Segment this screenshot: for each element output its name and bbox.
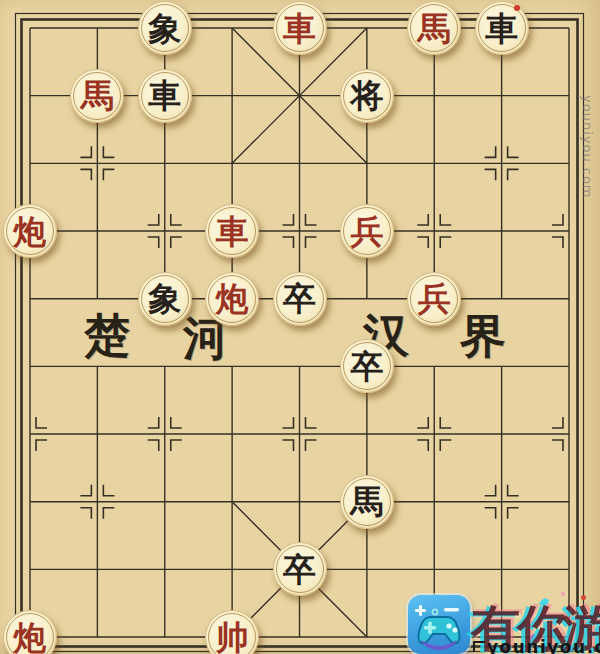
- piece-black-elephant-1[interactable]: 象: [138, 1, 192, 55]
- piece-red-horse-1[interactable]: 馬: [407, 1, 461, 55]
- piece-black-chariot-1[interactable]: 車: [475, 1, 529, 55]
- piece-red-chariot-1[interactable]: 車: [273, 1, 327, 55]
- piece-label: 馬: [81, 79, 114, 112]
- piece-label: 卒: [283, 282, 316, 315]
- gamepad-icon: [408, 595, 470, 654]
- river-label-jie: 界: [460, 306, 506, 368]
- piece-label: 卒: [350, 350, 383, 383]
- piece-label: 象: [148, 282, 181, 315]
- piece-label: 炮: [216, 282, 249, 315]
- piece-black-soldier-2[interactable]: 卒: [340, 339, 394, 393]
- piece-label: 車: [283, 12, 316, 45]
- piece-label: 将: [350, 79, 383, 112]
- piece-red-horse-2[interactable]: 馬: [70, 69, 124, 123]
- piece-red-soldier-1[interactable]: 兵: [340, 204, 394, 258]
- piece-label: 帅: [216, 621, 249, 654]
- piece-label: 車: [148, 79, 181, 112]
- youniyou-url-text: youniyou.com: [487, 637, 600, 654]
- piece-label: 馬: [350, 485, 383, 518]
- piece-label: 象: [148, 12, 181, 45]
- piece-red-cannon-1[interactable]: 炮: [3, 204, 57, 258]
- river-label-chu: 楚: [84, 305, 130, 367]
- side-watermark-text: youniyou.com: [580, 95, 595, 199]
- piece-black-chariot-2[interactable]: 車: [138, 69, 192, 123]
- piece-label: 炮: [14, 215, 47, 248]
- xiangqi-screenshot: 楚 河 汉 界 象車馬車馬車将炮車兵象炮卒兵卒馬卒炮帅 youniyou.com…: [0, 0, 600, 654]
- piece-black-horse-1[interactable]: 馬: [340, 475, 394, 529]
- url-glitch-mark: [473, 641, 485, 652]
- piece-black-elephant-2[interactable]: 象: [138, 272, 192, 326]
- confetti-dot: [514, 5, 520, 11]
- piece-red-chariot-2[interactable]: 車: [205, 204, 259, 258]
- youniyou-app-icon: [408, 595, 470, 654]
- piece-black-soldier-3[interactable]: 卒: [273, 542, 327, 596]
- piece-label: 車: [216, 215, 249, 248]
- piece-label: 馬: [418, 12, 451, 45]
- piece-label: 炮: [14, 621, 47, 654]
- piece-label: 車: [485, 12, 518, 45]
- piece-label: 兵: [418, 282, 451, 315]
- piece-label: 卒: [283, 553, 316, 586]
- piece-red-cannon-2[interactable]: 炮: [205, 272, 259, 326]
- piece-black-general[interactable]: 将: [340, 69, 394, 123]
- piece-label: 兵: [350, 215, 383, 248]
- piece-black-soldier-1[interactable]: 卒: [273, 272, 327, 326]
- piece-red-soldier-2[interactable]: 兵: [407, 272, 461, 326]
